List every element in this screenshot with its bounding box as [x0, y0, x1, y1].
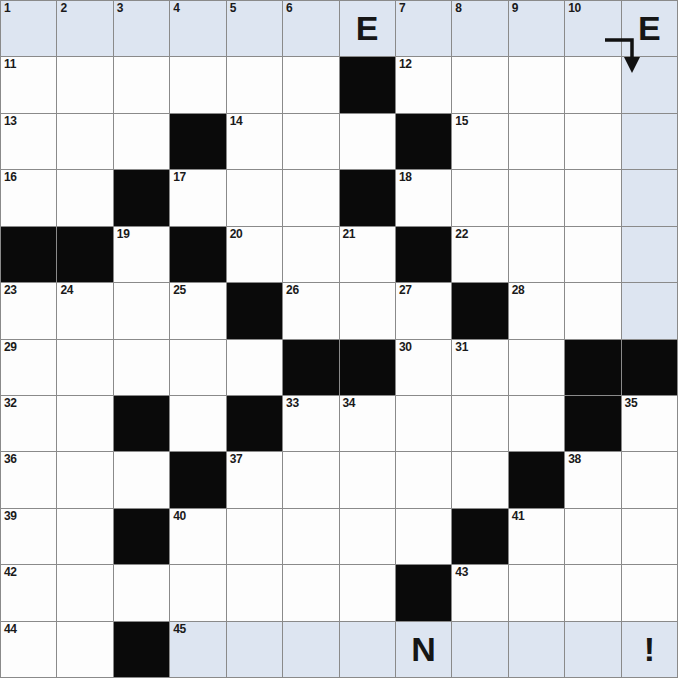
- cell-r2c6[interactable]: [340, 114, 395, 169]
- clue-number-22: 22: [455, 227, 468, 241]
- black-cell-r9c8: [452, 509, 507, 564]
- cell-r11c10[interactable]: [565, 622, 620, 677]
- cell-r2c10[interactable]: [565, 114, 620, 169]
- cell-r4c6[interactable]: 21: [340, 227, 395, 282]
- cell-r3c10[interactable]: [565, 170, 620, 225]
- cell-r3c4[interactable]: [227, 170, 282, 225]
- cell-r0c11[interactable]: E: [622, 1, 677, 56]
- black-cell-r4c0: [1, 227, 56, 282]
- cell-r3c1[interactable]: [57, 170, 112, 225]
- clue-number-7: 7: [399, 1, 405, 15]
- cell-r11c4[interactable]: [227, 622, 282, 677]
- clue-number-40: 40: [173, 509, 186, 523]
- cell-r4c8[interactable]: 22: [452, 227, 507, 282]
- cell-r2c11[interactable]: [622, 114, 677, 169]
- cell-r1c0[interactable]: 11: [1, 57, 56, 112]
- cell-r10c5[interactable]: [283, 565, 338, 620]
- cell-r11c9[interactable]: [509, 622, 564, 677]
- clue-number-28: 28: [512, 283, 525, 297]
- cell-r8c11[interactable]: [622, 452, 677, 507]
- cell-r0c10[interactable]: 10: [565, 1, 620, 56]
- cell-r8c5[interactable]: [283, 452, 338, 507]
- cell-r2c2[interactable]: [114, 114, 169, 169]
- cell-r5c3[interactable]: 25: [170, 283, 225, 338]
- black-cell-r3c2: [114, 170, 169, 225]
- clue-number-2: 2: [60, 1, 66, 15]
- clue-number-15: 15: [455, 114, 468, 128]
- cell-r8c6[interactable]: [340, 452, 395, 507]
- clue-number-37: 37: [230, 452, 243, 466]
- black-cell-r1c6: [340, 57, 395, 112]
- cell-r11c5[interactable]: [283, 622, 338, 677]
- black-cell-r7c10: [565, 396, 620, 451]
- black-cell-r4c3: [170, 227, 225, 282]
- cell-r2c4[interactable]: 14: [227, 114, 282, 169]
- cell-r0c8[interactable]: 8: [452, 1, 507, 56]
- black-cell-r7c2: [114, 396, 169, 451]
- cell-r9c11[interactable]: [622, 509, 677, 564]
- cell-r9c10[interactable]: [565, 509, 620, 564]
- clue-number-39: 39: [4, 509, 17, 523]
- cell-r1c8[interactable]: [452, 57, 507, 112]
- clue-number-16: 16: [4, 170, 17, 184]
- cell-r8c1[interactable]: [57, 452, 112, 507]
- black-cell-r4c7: [396, 227, 451, 282]
- clue-number-23: 23: [4, 283, 17, 297]
- cell-r8c7[interactable]: [396, 452, 451, 507]
- cell-r10c9[interactable]: [509, 565, 564, 620]
- cell-r4c2[interactable]: 19: [114, 227, 169, 282]
- cell-r2c0[interactable]: 13: [1, 114, 56, 169]
- black-cell-r6c11: [622, 340, 677, 395]
- clue-number-20: 20: [230, 227, 243, 241]
- black-cell-r5c4: [227, 283, 282, 338]
- black-cell-r6c6: [340, 340, 395, 395]
- cell-r7c3[interactable]: [170, 396, 225, 451]
- cell-r5c10[interactable]: [565, 283, 620, 338]
- cell-r1c1[interactable]: [57, 57, 112, 112]
- cell-r1c2[interactable]: [114, 57, 169, 112]
- cell-r3c3[interactable]: 17: [170, 170, 225, 225]
- clue-number-32: 32: [4, 396, 17, 410]
- clue-number-6: 6: [286, 1, 292, 15]
- cell-r9c6[interactable]: [340, 509, 395, 564]
- clue-number-11: 11: [4, 57, 16, 71]
- cell-r3c5[interactable]: [283, 170, 338, 225]
- filled-letter-r11c11: !: [622, 622, 677, 677]
- filled-letter-r0c6: E: [340, 1, 395, 56]
- black-cell-r8c9: [509, 452, 564, 507]
- crossword-board: 123456E78910E111213141516171819202122232…: [0, 0, 678, 678]
- cell-r4c5[interactable]: [283, 227, 338, 282]
- cell-r1c7[interactable]: 12: [396, 57, 451, 112]
- cell-r4c11[interactable]: [622, 227, 677, 282]
- cell-r10c2[interactable]: [114, 565, 169, 620]
- cell-r1c9[interactable]: [509, 57, 564, 112]
- cell-r10c1[interactable]: [57, 565, 112, 620]
- cell-r0c0[interactable]: 1: [1, 1, 56, 56]
- cell-r9c4[interactable]: [227, 509, 282, 564]
- cell-r0c2[interactable]: 3: [114, 1, 169, 56]
- clue-number-27: 27: [399, 283, 412, 297]
- cell-r10c6[interactable]: [340, 565, 395, 620]
- clue-number-34: 34: [343, 396, 356, 410]
- cell-r8c2[interactable]: [114, 452, 169, 507]
- clue-number-18: 18: [399, 170, 412, 184]
- clue-number-21: 21: [343, 227, 356, 241]
- cell-r1c5[interactable]: [283, 57, 338, 112]
- cell-r11c1[interactable]: [57, 622, 112, 677]
- clue-number-9: 9: [512, 1, 518, 15]
- cell-r7c5[interactable]: 33: [283, 396, 338, 451]
- black-cell-r6c5: [283, 340, 338, 395]
- cell-r4c9[interactable]: [509, 227, 564, 282]
- clue-number-26: 26: [286, 283, 299, 297]
- cell-r6c8[interactable]: 31: [452, 340, 507, 395]
- cell-r1c3[interactable]: [170, 57, 225, 112]
- clue-number-41: 41: [512, 509, 525, 523]
- cell-r5c6[interactable]: [340, 283, 395, 338]
- clue-number-19: 19: [117, 227, 130, 241]
- cell-r7c9[interactable]: [509, 396, 564, 451]
- black-cell-r11c2: [114, 622, 169, 677]
- clue-number-8: 8: [455, 1, 461, 15]
- cell-r10c4[interactable]: [227, 565, 282, 620]
- cell-r3c0[interactable]: 16: [1, 170, 56, 225]
- cell-r3c7[interactable]: 18: [396, 170, 451, 225]
- cell-r9c0[interactable]: 39: [1, 509, 56, 564]
- cell-r2c5[interactable]: [283, 114, 338, 169]
- cell-r9c3[interactable]: 40: [170, 509, 225, 564]
- clue-number-36: 36: [4, 452, 17, 466]
- cell-r5c0[interactable]: 23: [1, 283, 56, 338]
- clue-number-31: 31: [455, 340, 468, 354]
- black-cell-r2c7: [396, 114, 451, 169]
- clue-number-25: 25: [173, 283, 186, 297]
- cell-r6c9[interactable]: [509, 340, 564, 395]
- cell-r3c9[interactable]: [509, 170, 564, 225]
- cell-r10c0[interactable]: 42: [1, 565, 56, 620]
- cell-r5c11[interactable]: [622, 283, 677, 338]
- clue-number-44: 44: [4, 622, 17, 636]
- clue-number-17: 17: [173, 170, 186, 184]
- clue-number-45: 45: [173, 622, 186, 636]
- cell-r11c6[interactable]: [340, 622, 395, 677]
- cell-r10c10[interactable]: [565, 565, 620, 620]
- cell-r10c11[interactable]: [622, 565, 677, 620]
- clue-number-1: 1: [4, 1, 10, 15]
- cell-r0c9[interactable]: 9: [509, 1, 564, 56]
- cell-r9c9[interactable]: 41: [509, 509, 564, 564]
- cell-r6c3[interactable]: [170, 340, 225, 395]
- cell-r8c0[interactable]: 36: [1, 452, 56, 507]
- filled-letter-r0c11: E: [622, 1, 677, 56]
- clue-number-10: 10: [568, 1, 581, 15]
- clue-number-38: 38: [568, 452, 581, 466]
- cell-r0c6[interactable]: E: [340, 1, 395, 56]
- clue-number-24: 24: [60, 283, 73, 297]
- black-cell-r8c3: [170, 452, 225, 507]
- clue-number-3: 3: [117, 1, 123, 15]
- cell-r11c8[interactable]: [452, 622, 507, 677]
- cell-r6c1[interactable]: [57, 340, 112, 395]
- filled-letter-r11c7: N: [396, 622, 451, 677]
- black-cell-r2c3: [170, 114, 225, 169]
- black-cell-r6c10: [565, 340, 620, 395]
- cell-r9c5[interactable]: [283, 509, 338, 564]
- cell-r9c1[interactable]: [57, 509, 112, 564]
- cell-r3c8[interactable]: [452, 170, 507, 225]
- cell-r3c11[interactable]: [622, 170, 677, 225]
- cell-r8c4[interactable]: 37: [227, 452, 282, 507]
- cell-r7c1[interactable]: [57, 396, 112, 451]
- cell-r11c11[interactable]: !: [622, 622, 677, 677]
- cell-r11c3[interactable]: 45: [170, 622, 225, 677]
- cell-r9c7[interactable]: [396, 509, 451, 564]
- cell-r7c6[interactable]: 34: [340, 396, 395, 451]
- black-cell-r9c2: [114, 509, 169, 564]
- cell-r11c0[interactable]: 44: [1, 622, 56, 677]
- cell-r2c8[interactable]: 15: [452, 114, 507, 169]
- black-cell-r10c7: [396, 565, 451, 620]
- cell-r2c9[interactable]: [509, 114, 564, 169]
- cell-r5c1[interactable]: 24: [57, 283, 112, 338]
- cell-r2c1[interactable]: [57, 114, 112, 169]
- cell-r7c0[interactable]: 32: [1, 396, 56, 451]
- clue-number-29: 29: [4, 340, 17, 354]
- cell-r7c11[interactable]: 35: [622, 396, 677, 451]
- clue-number-30: 30: [399, 340, 412, 354]
- cell-r1c11[interactable]: [622, 57, 677, 112]
- cell-r5c2[interactable]: [114, 283, 169, 338]
- clue-number-35: 35: [625, 396, 638, 410]
- cell-r6c0[interactable]: 29: [1, 340, 56, 395]
- cell-r1c10[interactable]: [565, 57, 620, 112]
- cell-r10c3[interactable]: [170, 565, 225, 620]
- cell-r0c1[interactable]: 2: [57, 1, 112, 56]
- black-cell-r3c6: [340, 170, 395, 225]
- cell-r5c7[interactable]: 27: [396, 283, 451, 338]
- cell-r0c5[interactable]: 6: [283, 1, 338, 56]
- cell-r7c7[interactable]: [396, 396, 451, 451]
- clue-number-14: 14: [230, 114, 243, 128]
- clue-number-33: 33: [286, 396, 299, 410]
- black-cell-r5c8: [452, 283, 507, 338]
- black-cell-r4c1: [57, 227, 112, 282]
- clue-number-43: 43: [455, 565, 468, 579]
- cell-r5c5[interactable]: 26: [283, 283, 338, 338]
- cell-r4c4[interactable]: 20: [227, 227, 282, 282]
- cell-r0c3[interactable]: 4: [170, 1, 225, 56]
- clue-number-4: 4: [173, 1, 179, 15]
- clue-number-13: 13: [4, 114, 17, 128]
- cell-r6c4[interactable]: [227, 340, 282, 395]
- clue-number-5: 5: [230, 1, 236, 15]
- cell-r6c7[interactable]: 30: [396, 340, 451, 395]
- cell-r11c7[interactable]: N: [396, 622, 451, 677]
- cell-r8c8[interactable]: [452, 452, 507, 507]
- cell-r5c9[interactable]: 28: [509, 283, 564, 338]
- cell-r4c10[interactable]: [565, 227, 620, 282]
- black-cell-r7c4: [227, 396, 282, 451]
- cell-r0c4[interactable]: 5: [227, 1, 282, 56]
- clue-number-42: 42: [4, 565, 17, 579]
- cell-r10c8[interactable]: 43: [452, 565, 507, 620]
- cell-r7c8[interactable]: [452, 396, 507, 451]
- clue-number-12: 12: [399, 57, 412, 71]
- cell-r0c7[interactable]: 7: [396, 1, 451, 56]
- cell-r6c2[interactable]: [114, 340, 169, 395]
- cell-r8c10[interactable]: 38: [565, 452, 620, 507]
- cell-r1c4[interactable]: [227, 57, 282, 112]
